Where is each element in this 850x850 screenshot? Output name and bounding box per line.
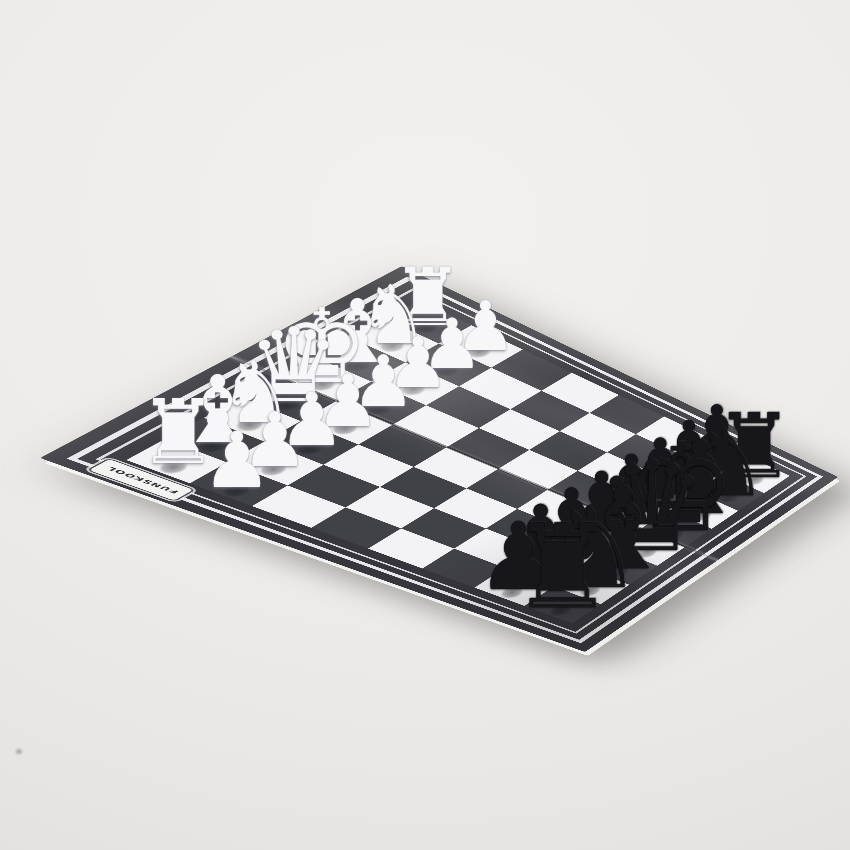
piece-shadow [598,560,638,581]
piece-shadow [655,523,693,544]
piece-shadow [709,487,746,508]
piece-shadow [456,340,501,363]
piece-shadow [261,392,313,417]
piece-shadow [539,599,581,621]
piece-shadow [333,353,382,377]
piece-shadow [551,542,592,564]
piece-shadow [638,486,677,507]
piece-shadow [521,561,563,583]
piece-shadow [627,541,666,562]
piece-shadow [581,523,622,545]
piece-shadow [490,581,533,603]
piece-shadow [186,433,240,458]
backdrop-speck [16,749,22,754]
piece-shadow [736,469,772,490]
piece-shadow [368,334,416,358]
piece-shadow [569,579,610,601]
piece-shadow [355,397,403,421]
piece-shadow [610,504,650,526]
piece-shadow [682,505,719,526]
piece-shadow [666,468,704,489]
chess-board: FUNSKOOL [40,266,838,652]
piece-shadow [285,436,336,461]
piece-shadow [402,316,449,340]
piece-shadow [694,450,731,471]
piece-shadow [423,359,469,383]
piece-shadows [40,266,838,652]
piece-shadow [298,372,348,397]
piece-shadow [248,457,300,482]
piece-shadow [224,412,277,437]
product-photo-scene: FUNSKOOL ♜♞♝♛♚♝♞♜♟♟♟♟♟♟♟♟♟♟♟♟♟♟♟♟♜♝♞♛♚♝♞… [0,0,850,850]
piece-shadow [320,416,369,440]
piece-shadow [390,378,437,402]
piece-shadow [211,478,264,503]
